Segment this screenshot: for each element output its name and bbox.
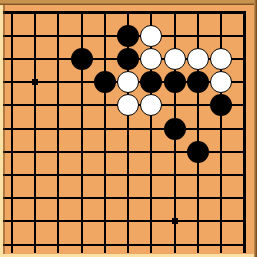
grid-line-horizontal: [3, 197, 246, 199]
black-stone: [94, 71, 116, 93]
grid-line-vertical: [34, 11, 36, 253]
white-stone: [140, 25, 162, 47]
grid-line-horizontal: [3, 220, 246, 222]
grid-line-vertical: [104, 11, 106, 253]
white-stone: [187, 48, 209, 70]
black-stone: [140, 71, 162, 93]
white-stone: [117, 94, 139, 116]
grid-line-horizontal: [3, 151, 246, 153]
grid-line-horizontal: [3, 128, 246, 130]
grid-line-vertical: [11, 11, 13, 253]
white-stone: [164, 48, 186, 70]
black-stone: [164, 118, 186, 140]
grid-line-horizontal: [3, 244, 246, 246]
white-stone: [117, 71, 139, 93]
grid-line-vertical: [57, 11, 59, 253]
black-stone: [117, 48, 139, 70]
go-board: [0, 0, 257, 257]
black-stone: [117, 25, 139, 47]
board-bevel-top: [0, 0, 257, 5]
white-stone: [140, 94, 162, 116]
white-stone: [210, 48, 232, 70]
white-stone: [210, 71, 232, 93]
board-bevel-right: [254, 0, 258, 257]
white-stone: [140, 48, 162, 70]
black-stone: [187, 71, 209, 93]
black-stone: [187, 141, 209, 163]
black-stone: [164, 71, 186, 93]
board-bevel-left-shadow: [3, 0, 5, 257]
grid-line-horizontal: [3, 11, 246, 14]
star-point: [172, 218, 178, 224]
grid-line-horizontal: [3, 174, 246, 176]
grid-line-vertical: [243, 11, 246, 253]
board-bevel-bottom: [0, 254, 257, 257]
black-stone: [71, 48, 93, 70]
star-point: [32, 79, 38, 85]
black-stone: [210, 94, 232, 116]
